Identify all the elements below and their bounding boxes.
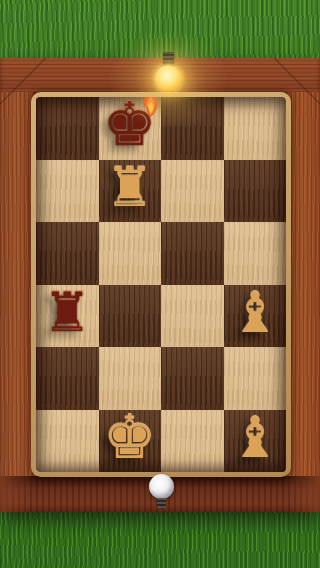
square-d2[interactable]	[224, 347, 287, 410]
square-a4[interactable]	[36, 222, 99, 285]
top-turn-indicator-bulb-lit	[153, 52, 183, 98]
frame-bottom-right-wedge	[260, 476, 320, 512]
lit-bulb-icon	[155, 65, 182, 92]
square-c4[interactable]	[161, 222, 224, 285]
board-grid: ♚♜♜♝♚♝	[36, 97, 286, 472]
unlit-bulb-icon	[149, 474, 174, 499]
square-c1[interactable]	[161, 410, 224, 473]
square-b3[interactable]	[99, 285, 162, 348]
square-a5[interactable]	[36, 160, 99, 223]
square-d4[interactable]	[224, 222, 287, 285]
square-a2[interactable]	[36, 347, 99, 410]
chess-scene: ♚♜♜♝♚♝	[0, 0, 320, 568]
frame-bottom-left-wedge	[0, 476, 60, 512]
square-c5[interactable]	[161, 160, 224, 223]
square-b4[interactable]	[99, 222, 162, 285]
light-wood-bishop[interactable]: ♝	[230, 284, 280, 340]
bulb-screw-base-icon	[157, 498, 166, 508]
square-a6[interactable]	[36, 97, 99, 160]
frame-right-bar	[287, 92, 320, 476]
square-c6[interactable]	[161, 97, 224, 160]
square-c3[interactable]	[161, 285, 224, 348]
dark-red-king[interactable]: ♚	[103, 97, 157, 155]
frame-left-bar	[0, 92, 33, 476]
bottom-turn-indicator-bulb-unlit	[147, 474, 175, 514]
square-a1[interactable]	[36, 410, 99, 473]
light-wood-bishop[interactable]: ♝	[230, 409, 280, 465]
board-border-lip: ♚♜♜♝♚♝	[31, 92, 291, 477]
light-wood-rook[interactable]: ♜	[106, 161, 154, 215]
square-d5[interactable]	[224, 160, 287, 223]
square-c2[interactable]	[161, 347, 224, 410]
square-b2[interactable]	[99, 347, 162, 410]
square-d6[interactable]	[224, 97, 287, 160]
dark-red-rook[interactable]: ♜	[43, 286, 91, 340]
light-wood-king[interactable]: ♚	[103, 407, 157, 467]
